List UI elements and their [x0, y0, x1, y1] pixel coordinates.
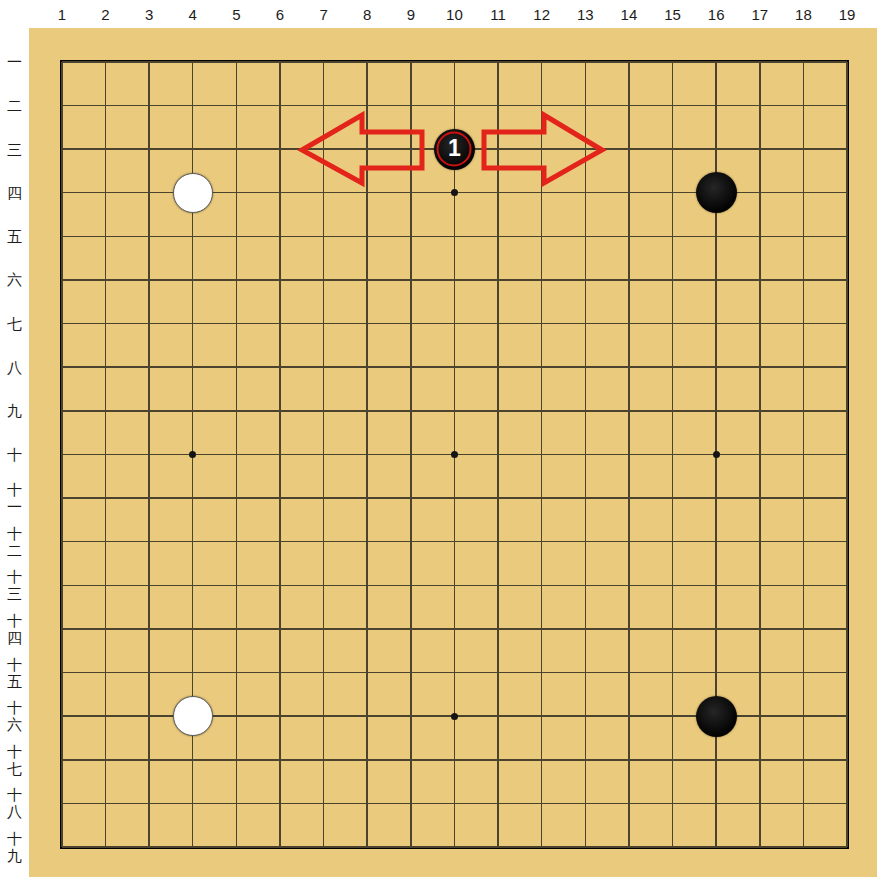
intersection-17-2[interactable]	[738, 84, 782, 128]
intersection-5-13[interactable]	[215, 564, 259, 608]
intersection-6-7[interactable]	[258, 302, 302, 346]
intersection-18-7[interactable]	[782, 302, 826, 346]
intersection-16-6[interactable]	[694, 258, 738, 302]
intersection-15-2[interactable]	[651, 84, 695, 128]
intersection-7-19[interactable]	[302, 825, 346, 869]
intersection-17-11[interactable]	[738, 476, 782, 520]
intersection-9-10[interactable]	[389, 433, 433, 477]
intersection-14-2[interactable]	[607, 84, 651, 128]
intersection-18-11[interactable]	[782, 476, 826, 520]
intersection-10-15[interactable]	[433, 651, 477, 695]
intersection-16-2[interactable]	[694, 84, 738, 128]
intersection-10-8[interactable]	[433, 345, 477, 389]
intersection-14-12[interactable]	[607, 520, 651, 564]
intersection-16-1[interactable]	[694, 40, 738, 84]
intersection-12-4[interactable]	[520, 171, 564, 215]
intersection-17-16[interactable]	[738, 694, 782, 738]
intersection-6-17[interactable]	[258, 738, 302, 782]
intersection-2-19[interactable]	[84, 825, 128, 869]
intersection-18-18[interactable]	[782, 782, 826, 826]
intersection-3-15[interactable]	[127, 651, 171, 695]
intersection-19-10[interactable]	[825, 433, 869, 477]
intersection-15-11[interactable]	[651, 476, 695, 520]
intersection-6-14[interactable]	[258, 607, 302, 651]
intersection-2-8[interactable]	[84, 345, 128, 389]
intersection-14-16[interactable]	[607, 694, 651, 738]
intersection-17-10[interactable]	[738, 433, 782, 477]
intersection-19-16[interactable]	[825, 694, 869, 738]
intersection-10-1[interactable]	[433, 40, 477, 84]
intersection-5-16[interactable]	[215, 694, 259, 738]
intersection-10-5[interactable]	[433, 215, 477, 259]
intersection-2-6[interactable]	[84, 258, 128, 302]
intersection-9-5[interactable]	[389, 215, 433, 259]
intersection-9-13[interactable]	[389, 564, 433, 608]
intersection-15-1[interactable]	[651, 40, 695, 84]
intersection-17-12[interactable]	[738, 520, 782, 564]
intersection-12-10[interactable]	[520, 433, 564, 477]
intersection-1-4[interactable]	[40, 171, 84, 215]
intersection-19-19[interactable]	[825, 825, 869, 869]
intersection-11-10[interactable]	[476, 433, 520, 477]
intersection-5-11[interactable]	[215, 476, 259, 520]
intersection-15-6[interactable]	[651, 258, 695, 302]
intersection-14-9[interactable]	[607, 389, 651, 433]
intersection-5-17[interactable]	[215, 738, 259, 782]
intersection-4-1[interactable]	[171, 40, 215, 84]
intersection-10-6[interactable]	[433, 258, 477, 302]
intersection-3-10[interactable]	[127, 433, 171, 477]
intersection-10-7[interactable]	[433, 302, 477, 346]
intersection-1-10[interactable]	[40, 433, 84, 477]
intersection-3-18[interactable]	[127, 782, 171, 826]
intersection-1-6[interactable]	[40, 258, 84, 302]
intersection-9-4[interactable]	[389, 171, 433, 215]
intersection-19-17[interactable]	[825, 738, 869, 782]
intersection-7-3[interactable]	[302, 127, 346, 171]
intersection-2-9[interactable]	[84, 389, 128, 433]
intersection-11-1[interactable]	[476, 40, 520, 84]
intersection-18-6[interactable]	[782, 258, 826, 302]
intersection-6-1[interactable]	[258, 40, 302, 84]
intersection-12-12[interactable]	[520, 520, 564, 564]
intersection-6-2[interactable]	[258, 84, 302, 128]
intersection-19-15[interactable]	[825, 651, 869, 695]
intersection-12-16[interactable]	[520, 694, 564, 738]
intersection-5-8[interactable]	[215, 345, 259, 389]
intersection-5-9[interactable]	[215, 389, 259, 433]
intersection-9-8[interactable]	[389, 345, 433, 389]
white-stone-4-4[interactable]	[173, 173, 213, 213]
intersection-2-13[interactable]	[84, 564, 128, 608]
intersection-12-6[interactable]	[520, 258, 564, 302]
intersection-14-18[interactable]	[607, 782, 651, 826]
intersection-17-5[interactable]	[738, 215, 782, 259]
intersection-13-18[interactable]	[564, 782, 608, 826]
intersection-11-9[interactable]	[476, 389, 520, 433]
intersection-2-3[interactable]	[84, 127, 128, 171]
intersection-8-13[interactable]	[345, 564, 389, 608]
intersection-14-4[interactable]	[607, 171, 651, 215]
intersection-6-8[interactable]	[258, 345, 302, 389]
intersection-19-8[interactable]	[825, 345, 869, 389]
intersection-8-1[interactable]	[345, 40, 389, 84]
intersection-8-18[interactable]	[345, 782, 389, 826]
intersection-15-5[interactable]	[651, 215, 695, 259]
intersection-4-14[interactable]	[171, 607, 215, 651]
intersection-1-14[interactable]	[40, 607, 84, 651]
intersection-7-11[interactable]	[302, 476, 346, 520]
intersection-12-2[interactable]	[520, 84, 564, 128]
intersection-18-8[interactable]	[782, 345, 826, 389]
intersection-1-12[interactable]	[40, 520, 84, 564]
intersection-2-4[interactable]	[84, 171, 128, 215]
intersection-7-2[interactable]	[302, 84, 346, 128]
intersection-18-4[interactable]	[782, 171, 826, 215]
intersection-15-14[interactable]	[651, 607, 695, 651]
intersection-15-17[interactable]	[651, 738, 695, 782]
intersection-1-7[interactable]	[40, 302, 84, 346]
intersection-5-6[interactable]	[215, 258, 259, 302]
intersection-14-3[interactable]	[607, 127, 651, 171]
intersection-2-11[interactable]	[84, 476, 128, 520]
intersection-3-2[interactable]	[127, 84, 171, 128]
intersection-3-11[interactable]	[127, 476, 171, 520]
intersection-5-12[interactable]	[215, 520, 259, 564]
intersection-11-4[interactable]	[476, 171, 520, 215]
intersection-18-5[interactable]	[782, 215, 826, 259]
intersection-7-6[interactable]	[302, 258, 346, 302]
intersection-11-11[interactable]	[476, 476, 520, 520]
intersection-8-6[interactable]	[345, 258, 389, 302]
intersection-17-7[interactable]	[738, 302, 782, 346]
intersection-14-5[interactable]	[607, 215, 651, 259]
intersection-16-18[interactable]	[694, 782, 738, 826]
intersection-5-14[interactable]	[215, 607, 259, 651]
intersection-17-18[interactable]	[738, 782, 782, 826]
intersection-3-7[interactable]	[127, 302, 171, 346]
intersection-15-10[interactable]	[651, 433, 695, 477]
intersection-13-4[interactable]	[564, 171, 608, 215]
intersection-8-14[interactable]	[345, 607, 389, 651]
intersection-14-11[interactable]	[607, 476, 651, 520]
intersection-8-19[interactable]	[345, 825, 389, 869]
intersection-18-19[interactable]	[782, 825, 826, 869]
intersection-4-17[interactable]	[171, 738, 215, 782]
intersection-1-19[interactable]	[40, 825, 84, 869]
intersection-7-14[interactable]	[302, 607, 346, 651]
intersection-9-7[interactable]	[389, 302, 433, 346]
intersection-6-15[interactable]	[258, 651, 302, 695]
intersection-8-12[interactable]	[345, 520, 389, 564]
intersection-11-15[interactable]	[476, 651, 520, 695]
intersection-7-16[interactable]	[302, 694, 346, 738]
intersection-2-18[interactable]	[84, 782, 128, 826]
intersection-13-8[interactable]	[564, 345, 608, 389]
intersection-11-5[interactable]	[476, 215, 520, 259]
intersection-8-11[interactable]	[345, 476, 389, 520]
intersection-9-12[interactable]	[389, 520, 433, 564]
intersection-15-12[interactable]	[651, 520, 695, 564]
intersection-3-8[interactable]	[127, 345, 171, 389]
intersection-4-8[interactable]	[171, 345, 215, 389]
intersection-4-19[interactable]	[171, 825, 215, 869]
intersection-4-2[interactable]	[171, 84, 215, 128]
intersection-11-16[interactable]	[476, 694, 520, 738]
intersection-12-1[interactable]	[520, 40, 564, 84]
intersection-17-4[interactable]	[738, 171, 782, 215]
intersection-16-11[interactable]	[694, 476, 738, 520]
intersection-16-8[interactable]	[694, 345, 738, 389]
intersection-7-7[interactable]	[302, 302, 346, 346]
intersection-18-16[interactable]	[782, 694, 826, 738]
intersection-1-18[interactable]	[40, 782, 84, 826]
intersection-5-2[interactable]	[215, 84, 259, 128]
intersection-19-11[interactable]	[825, 476, 869, 520]
intersection-15-7[interactable]	[651, 302, 695, 346]
intersection-18-1[interactable]	[782, 40, 826, 84]
intersection-19-13[interactable]	[825, 564, 869, 608]
intersection-16-15[interactable]	[694, 651, 738, 695]
intersection-3-13[interactable]	[127, 564, 171, 608]
intersection-15-15[interactable]	[651, 651, 695, 695]
intersection-19-6[interactable]	[825, 258, 869, 302]
intersection-17-14[interactable]	[738, 607, 782, 651]
intersection-13-7[interactable]	[564, 302, 608, 346]
intersection-18-9[interactable]	[782, 389, 826, 433]
intersection-13-12[interactable]	[564, 520, 608, 564]
intersection-8-16[interactable]	[345, 694, 389, 738]
intersection-3-5[interactable]	[127, 215, 171, 259]
intersection-6-9[interactable]	[258, 389, 302, 433]
intersection-11-8[interactable]	[476, 345, 520, 389]
intersection-15-13[interactable]	[651, 564, 695, 608]
black-stone-16-16[interactable]	[696, 696, 737, 737]
intersection-12-14[interactable]	[520, 607, 564, 651]
intersection-18-13[interactable]	[782, 564, 826, 608]
intersection-5-7[interactable]	[215, 302, 259, 346]
intersection-9-16[interactable]	[389, 694, 433, 738]
intersection-9-15[interactable]	[389, 651, 433, 695]
intersection-5-15[interactable]	[215, 651, 259, 695]
white-stone-4-16[interactable]	[173, 696, 213, 736]
intersection-19-5[interactable]	[825, 215, 869, 259]
intersection-11-7[interactable]	[476, 302, 520, 346]
intersection-6-4[interactable]	[258, 171, 302, 215]
intersection-17-3[interactable]	[738, 127, 782, 171]
intersection-7-17[interactable]	[302, 738, 346, 782]
intersection-3-14[interactable]	[127, 607, 171, 651]
intersection-17-17[interactable]	[738, 738, 782, 782]
intersection-13-11[interactable]	[564, 476, 608, 520]
intersection-11-6[interactable]	[476, 258, 520, 302]
intersection-3-1[interactable]	[127, 40, 171, 84]
intersection-11-17[interactable]	[476, 738, 520, 782]
intersection-12-17[interactable]	[520, 738, 564, 782]
intersection-6-6[interactable]	[258, 258, 302, 302]
intersection-4-9[interactable]	[171, 389, 215, 433]
intersection-8-7[interactable]	[345, 302, 389, 346]
intersection-5-5[interactable]	[215, 215, 259, 259]
intersection-13-17[interactable]	[564, 738, 608, 782]
intersection-9-6[interactable]	[389, 258, 433, 302]
intersection-17-1[interactable]	[738, 40, 782, 84]
intersection-9-14[interactable]	[389, 607, 433, 651]
intersection-11-18[interactable]	[476, 782, 520, 826]
intersection-13-5[interactable]	[564, 215, 608, 259]
intersection-19-3[interactable]	[825, 127, 869, 171]
intersection-16-19[interactable]	[694, 825, 738, 869]
intersection-19-18[interactable]	[825, 782, 869, 826]
intersection-8-2[interactable]	[345, 84, 389, 128]
intersection-14-8[interactable]	[607, 345, 651, 389]
intersection-16-17[interactable]	[694, 738, 738, 782]
intersection-11-19[interactable]	[476, 825, 520, 869]
intersection-6-16[interactable]	[258, 694, 302, 738]
intersection-5-10[interactable]	[215, 433, 259, 477]
intersection-7-5[interactable]	[302, 215, 346, 259]
intersection-14-15[interactable]	[607, 651, 651, 695]
intersection-10-17[interactable]	[433, 738, 477, 782]
intersection-3-3[interactable]	[127, 127, 171, 171]
intersection-3-4[interactable]	[127, 171, 171, 215]
intersection-8-15[interactable]	[345, 651, 389, 695]
intersection-12-7[interactable]	[520, 302, 564, 346]
intersection-19-12[interactable]	[825, 520, 869, 564]
intersection-9-9[interactable]	[389, 389, 433, 433]
intersection-18-15[interactable]	[782, 651, 826, 695]
intersection-12-3[interactable]	[520, 127, 564, 171]
intersection-1-16[interactable]	[40, 694, 84, 738]
intersection-4-5[interactable]	[171, 215, 215, 259]
intersection-13-6[interactable]	[564, 258, 608, 302]
intersection-9-17[interactable]	[389, 738, 433, 782]
intersection-4-11[interactable]	[171, 476, 215, 520]
intersection-3-6[interactable]	[127, 258, 171, 302]
intersection-19-2[interactable]	[825, 84, 869, 128]
intersection-10-12[interactable]	[433, 520, 477, 564]
intersection-12-19[interactable]	[520, 825, 564, 869]
intersection-5-3[interactable]	[215, 127, 259, 171]
intersection-1-11[interactable]	[40, 476, 84, 520]
intersection-1-8[interactable]	[40, 345, 84, 389]
intersection-9-2[interactable]	[389, 84, 433, 128]
intersection-1-15[interactable]	[40, 651, 84, 695]
intersection-10-9[interactable]	[433, 389, 477, 433]
intersection-11-13[interactable]	[476, 564, 520, 608]
intersection-9-19[interactable]	[389, 825, 433, 869]
intersection-4-3[interactable]	[171, 127, 215, 171]
intersection-7-4[interactable]	[302, 171, 346, 215]
intersection-1-13[interactable]	[40, 564, 84, 608]
intersection-14-7[interactable]	[607, 302, 651, 346]
intersection-7-10[interactable]	[302, 433, 346, 477]
intersection-4-12[interactable]	[171, 520, 215, 564]
intersection-10-11[interactable]	[433, 476, 477, 520]
intersection-15-3[interactable]	[651, 127, 695, 171]
intersection-15-19[interactable]	[651, 825, 695, 869]
intersection-8-5[interactable]	[345, 215, 389, 259]
intersection-14-14[interactable]	[607, 607, 651, 651]
intersection-13-15[interactable]	[564, 651, 608, 695]
intersection-4-7[interactable]	[171, 302, 215, 346]
intersection-9-3[interactable]	[389, 127, 433, 171]
intersection-5-4[interactable]	[215, 171, 259, 215]
intersection-19-7[interactable]	[825, 302, 869, 346]
intersection-4-18[interactable]	[171, 782, 215, 826]
intersection-2-17[interactable]	[84, 738, 128, 782]
intersection-7-18[interactable]	[302, 782, 346, 826]
intersection-10-14[interactable]	[433, 607, 477, 651]
intersection-8-17[interactable]	[345, 738, 389, 782]
intersection-11-12[interactable]	[476, 520, 520, 564]
intersection-16-9[interactable]	[694, 389, 738, 433]
intersection-12-5[interactable]	[520, 215, 564, 259]
intersection-9-18[interactable]	[389, 782, 433, 826]
intersection-3-9[interactable]	[127, 389, 171, 433]
intersection-4-15[interactable]	[171, 651, 215, 695]
intersection-8-10[interactable]	[345, 433, 389, 477]
intersection-15-8[interactable]	[651, 345, 695, 389]
intersection-14-6[interactable]	[607, 258, 651, 302]
intersection-10-19[interactable]	[433, 825, 477, 869]
intersection-13-2[interactable]	[564, 84, 608, 128]
intersection-7-1[interactable]	[302, 40, 346, 84]
intersection-16-5[interactable]	[694, 215, 738, 259]
intersection-19-9[interactable]	[825, 389, 869, 433]
intersection-6-18[interactable]	[258, 782, 302, 826]
intersection-13-3[interactable]	[564, 127, 608, 171]
intersection-3-19[interactable]	[127, 825, 171, 869]
intersection-6-5[interactable]	[258, 215, 302, 259]
intersection-10-2[interactable]	[433, 84, 477, 128]
intersection-13-10[interactable]	[564, 433, 608, 477]
intersection-17-9[interactable]	[738, 389, 782, 433]
intersection-16-7[interactable]	[694, 302, 738, 346]
intersection-7-15[interactable]	[302, 651, 346, 695]
intersection-18-3[interactable]	[782, 127, 826, 171]
intersection-17-8[interactable]	[738, 345, 782, 389]
intersection-10-13[interactable]	[433, 564, 477, 608]
intersection-10-18[interactable]	[433, 782, 477, 826]
intersection-8-4[interactable]	[345, 171, 389, 215]
black-stone-10-3[interactable]: 1	[434, 129, 475, 170]
intersection-16-3[interactable]	[694, 127, 738, 171]
intersection-2-15[interactable]	[84, 651, 128, 695]
intersection-12-15[interactable]	[520, 651, 564, 695]
intersection-2-1[interactable]	[84, 40, 128, 84]
intersection-12-8[interactable]	[520, 345, 564, 389]
intersection-13-19[interactable]	[564, 825, 608, 869]
intersection-1-2[interactable]	[40, 84, 84, 128]
intersection-15-16[interactable]	[651, 694, 695, 738]
intersection-6-11[interactable]	[258, 476, 302, 520]
intersection-16-12[interactable]	[694, 520, 738, 564]
intersection-18-2[interactable]	[782, 84, 826, 128]
intersection-11-3[interactable]	[476, 127, 520, 171]
intersection-18-12[interactable]	[782, 520, 826, 564]
intersection-1-17[interactable]	[40, 738, 84, 782]
intersection-14-1[interactable]	[607, 40, 651, 84]
intersection-6-19[interactable]	[258, 825, 302, 869]
intersection-9-1[interactable]	[389, 40, 433, 84]
intersection-19-4[interactable]	[825, 171, 869, 215]
intersection-15-9[interactable]	[651, 389, 695, 433]
intersection-13-9[interactable]	[564, 389, 608, 433]
intersection-1-9[interactable]	[40, 389, 84, 433]
intersection-14-10[interactable]	[607, 433, 651, 477]
intersection-1-3[interactable]	[40, 127, 84, 171]
